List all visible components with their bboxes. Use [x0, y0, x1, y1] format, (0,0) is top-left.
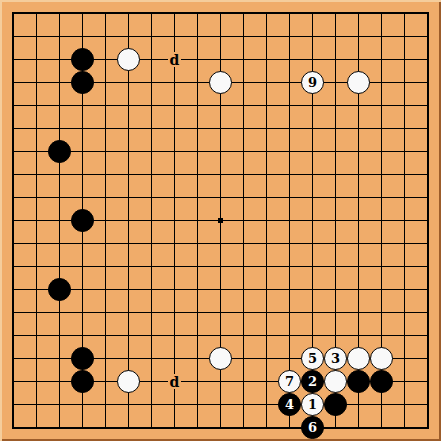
black-stone — [370, 370, 393, 393]
black-stone — [347, 370, 370, 393]
white-stone-move-3: 3 — [324, 347, 347, 370]
black-stone — [71, 370, 94, 393]
white-stone — [209, 347, 232, 370]
black-stone — [48, 278, 71, 301]
white-stone-move-7: 7 — [278, 370, 301, 393]
white-stone — [347, 71, 370, 94]
black-stone — [324, 393, 347, 416]
white-stone — [347, 347, 370, 370]
white-stone-move-1: 1 — [301, 393, 324, 416]
black-stone-move-6: 6 — [301, 416, 324, 439]
black-stone-move-2: 2 — [301, 370, 324, 393]
black-stone — [71, 71, 94, 94]
go-board: 24613579dd — [0, 0, 441, 441]
white-stone — [370, 347, 393, 370]
star-point — [218, 218, 223, 223]
white-stone-move-9: 9 — [301, 71, 324, 94]
black-stone — [71, 347, 94, 370]
black-stone — [71, 48, 94, 71]
white-stone — [117, 370, 140, 393]
white-stone — [117, 48, 140, 71]
white-stone — [324, 370, 347, 393]
black-stone — [71, 209, 94, 232]
point-letter-label: d — [168, 52, 181, 67]
white-stone — [209, 71, 232, 94]
black-stone-move-4: 4 — [278, 393, 301, 416]
point-letter-label: d — [168, 374, 181, 389]
black-stone — [48, 140, 71, 163]
white-stone-move-5: 5 — [301, 347, 324, 370]
